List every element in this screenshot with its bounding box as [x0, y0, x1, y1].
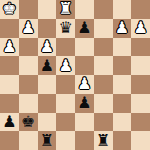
piece-white-pawn-g7: ♟ — [115, 20, 129, 36]
square-c5[interactable]: ♟ — [38, 56, 57, 75]
piece-white-pawn-a6: ♟ — [2, 38, 16, 54]
piece-black-pawn-e7: ♟ — [77, 20, 91, 36]
square-c1[interactable]: ♜ — [38, 131, 57, 150]
square-c3[interactable] — [38, 94, 57, 113]
square-h1[interactable] — [131, 131, 150, 150]
square-d2[interactable] — [56, 113, 75, 132]
square-h4[interactable] — [131, 75, 150, 94]
square-b7[interactable]: ♟ — [19, 19, 38, 38]
square-f7[interactable] — [94, 19, 113, 38]
square-b2[interactable]: ♚ — [19, 113, 38, 132]
square-c4[interactable] — [38, 75, 57, 94]
square-b8[interactable] — [19, 0, 38, 19]
square-b3[interactable] — [19, 94, 38, 113]
piece-white-rook-d8: ♜ — [58, 1, 72, 17]
square-g1[interactable] — [113, 131, 132, 150]
square-e8[interactable] — [75, 0, 94, 19]
square-f8[interactable] — [94, 0, 113, 19]
square-f1[interactable]: ♜ — [94, 131, 113, 150]
square-f6[interactable] — [94, 38, 113, 57]
piece-white-pawn-h7: ♟ — [133, 20, 147, 36]
chess-board: ♚♜♟♛♟♟♟♟♟♟♟♟♟♟♚♜♜ — [0, 0, 150, 150]
square-d8[interactable]: ♜ — [56, 0, 75, 19]
square-e1[interactable] — [75, 131, 94, 150]
square-h2[interactable] — [131, 113, 150, 132]
square-f5[interactable] — [94, 56, 113, 75]
square-c7[interactable] — [38, 19, 57, 38]
square-b5[interactable] — [19, 56, 38, 75]
square-d7[interactable]: ♛ — [56, 19, 75, 38]
square-g8[interactable] — [113, 0, 132, 19]
square-e3[interactable]: ♟ — [75, 94, 94, 113]
square-g6[interactable] — [113, 38, 132, 57]
square-c2[interactable] — [38, 113, 57, 132]
square-a1[interactable] — [0, 131, 19, 150]
piece-black-pawn-c5: ♟ — [40, 57, 54, 73]
square-h8[interactable] — [131, 0, 150, 19]
square-d1[interactable] — [56, 131, 75, 150]
piece-black-king-b2: ♚ — [21, 113, 35, 129]
square-f2[interactable] — [94, 113, 113, 132]
square-e5[interactable] — [75, 56, 94, 75]
square-f4[interactable] — [94, 75, 113, 94]
square-h3[interactable] — [131, 94, 150, 113]
square-a4[interactable] — [0, 75, 19, 94]
square-a7[interactable] — [0, 19, 19, 38]
piece-black-rook-f1: ♜ — [96, 132, 110, 148]
piece-white-pawn-e4: ♟ — [77, 76, 91, 92]
square-f3[interactable] — [94, 94, 113, 113]
square-h6[interactable] — [131, 38, 150, 57]
piece-black-pawn-a2: ♟ — [2, 113, 16, 129]
piece-white-pawn-d5: ♟ — [58, 57, 72, 73]
square-b6[interactable] — [19, 38, 38, 57]
square-e7[interactable]: ♟ — [75, 19, 94, 38]
square-g7[interactable]: ♟ — [113, 19, 132, 38]
square-g2[interactable] — [113, 113, 132, 132]
square-g4[interactable] — [113, 75, 132, 94]
square-a6[interactable]: ♟ — [0, 38, 19, 57]
square-c8[interactable] — [38, 0, 57, 19]
square-g3[interactable] — [113, 94, 132, 113]
piece-black-pawn-e3: ♟ — [77, 95, 91, 111]
square-d5[interactable]: ♟ — [56, 56, 75, 75]
square-h5[interactable] — [131, 56, 150, 75]
square-a2[interactable]: ♟ — [0, 113, 19, 132]
square-a5[interactable] — [0, 56, 19, 75]
piece-black-rook-c1: ♜ — [40, 132, 54, 148]
square-g5[interactable] — [113, 56, 132, 75]
square-e6[interactable] — [75, 38, 94, 57]
square-b1[interactable] — [19, 131, 38, 150]
square-e2[interactable] — [75, 113, 94, 132]
square-d3[interactable] — [56, 94, 75, 113]
square-a3[interactable] — [0, 94, 19, 113]
piece-white-pawn-b7: ♟ — [21, 20, 35, 36]
piece-white-pawn-c6: ♟ — [40, 38, 54, 54]
piece-white-king-a8: ♚ — [2, 1, 16, 17]
square-e4[interactable]: ♟ — [75, 75, 94, 94]
square-h7[interactable]: ♟ — [131, 19, 150, 38]
square-d6[interactable] — [56, 38, 75, 57]
piece-black-queen-d7: ♛ — [58, 20, 72, 36]
square-c6[interactable]: ♟ — [38, 38, 57, 57]
square-b4[interactable] — [19, 75, 38, 94]
square-a8[interactable]: ♚ — [0, 0, 19, 19]
square-d4[interactable] — [56, 75, 75, 94]
